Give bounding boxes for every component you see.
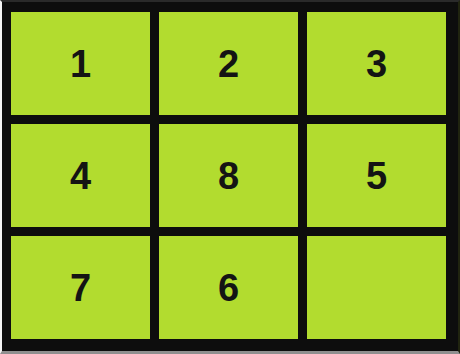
tile-7[interactable]: 7 <box>11 236 150 339</box>
tile-1[interactable]: 1 <box>11 12 150 115</box>
puzzle-board: 1 2 3 4 8 5 7 6 <box>2 2 458 351</box>
blank-cell <box>307 236 446 339</box>
tile-8[interactable]: 8 <box>159 124 298 227</box>
tile-6[interactable]: 6 <box>159 236 298 339</box>
puzzle-frame: 1 2 3 4 8 5 7 6 <box>0 0 460 354</box>
tile-2[interactable]: 2 <box>159 12 298 115</box>
tile-5[interactable]: 5 <box>307 124 446 227</box>
tile-3[interactable]: 3 <box>307 12 446 115</box>
tile-4[interactable]: 4 <box>11 124 150 227</box>
